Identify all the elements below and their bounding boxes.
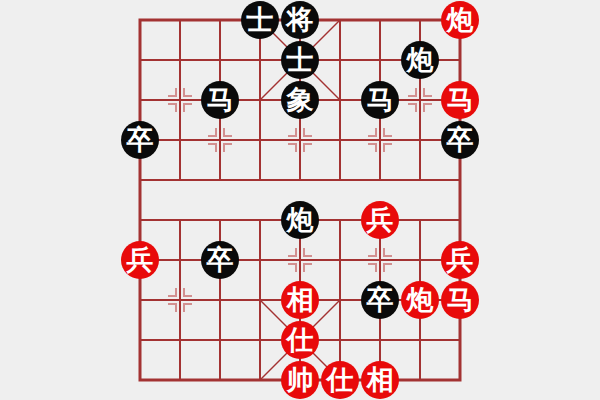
- board-point: [320, 200, 360, 240]
- piece-red-cannon[interactable]: 炮: [441, 1, 479, 39]
- board-point: [200, 160, 240, 200]
- xiangqi-board: 士将炮士炮马象马马卒卒炮兵兵卒兵相卒炮马仕帅仕相: [0, 0, 600, 400]
- board-point: [160, 280, 200, 320]
- board-point: [400, 0, 440, 40]
- board-point: [160, 240, 200, 280]
- piece-black-horse[interactable]: 马: [361, 81, 399, 119]
- board-point: [200, 360, 240, 400]
- board-point: [240, 320, 280, 360]
- board-point: 兵: [360, 200, 400, 240]
- board-point: 象: [280, 80, 320, 120]
- piece-black-king[interactable]: 将: [281, 1, 319, 39]
- board-point: [240, 240, 280, 280]
- board-point: 马: [360, 80, 400, 120]
- board-point: [240, 120, 280, 160]
- board-point: [360, 240, 400, 280]
- board-point: 马: [200, 80, 240, 120]
- board-point: 兵: [120, 240, 160, 280]
- board-point: [320, 80, 360, 120]
- board-point: [200, 120, 240, 160]
- board-point: [160, 160, 200, 200]
- board-point: [320, 0, 360, 40]
- board-point: 炮: [400, 280, 440, 320]
- board-point: 炮: [280, 200, 320, 240]
- board-point: [400, 320, 440, 360]
- board-point: [440, 200, 480, 240]
- board-point: [440, 40, 480, 80]
- board-point: [360, 120, 400, 160]
- board-point: [360, 40, 400, 80]
- board-point: [120, 160, 160, 200]
- board-point: [320, 120, 360, 160]
- board-point: [160, 360, 200, 400]
- board-point: 卒: [200, 240, 240, 280]
- board-point: 士: [280, 40, 320, 80]
- board-point: [240, 280, 280, 320]
- board-point: [160, 40, 200, 80]
- board-point: [440, 360, 480, 400]
- board-point: 仕: [320, 360, 360, 400]
- piece-red-king[interactable]: 帅: [281, 361, 319, 399]
- piece-red-elephant[interactable]: 相: [361, 361, 399, 399]
- board-point: [160, 0, 200, 40]
- board-point: [120, 0, 160, 40]
- board-point: [400, 80, 440, 120]
- board-point: [400, 160, 440, 200]
- piece-red-advisor[interactable]: 仕: [321, 361, 359, 399]
- board-point: [320, 40, 360, 80]
- board-point: [200, 0, 240, 40]
- piece-black-advisor[interactable]: 士: [281, 41, 319, 79]
- piece-black-pawn[interactable]: 卒: [361, 281, 399, 319]
- board-point: 卒: [360, 280, 400, 320]
- board-point: [400, 360, 440, 400]
- board-point: 马: [440, 280, 480, 320]
- board-point: 仕: [280, 320, 320, 360]
- board-point: [280, 160, 320, 200]
- piece-black-advisor[interactable]: 士: [241, 1, 279, 39]
- piece-black-elephant[interactable]: 象: [281, 81, 319, 119]
- board-point: [160, 80, 200, 120]
- board-grid: 士将炮士炮马象马马卒卒炮兵兵卒兵相卒炮马仕帅仕相: [120, 0, 480, 400]
- board-point: [120, 200, 160, 240]
- piece-black-cannon[interactable]: 炮: [401, 41, 439, 79]
- board-point: [240, 200, 280, 240]
- board-point: 帅: [280, 360, 320, 400]
- board-point: [160, 320, 200, 360]
- piece-black-pawn[interactable]: 卒: [441, 121, 479, 159]
- piece-red-pawn[interactable]: 兵: [441, 241, 479, 279]
- piece-red-horse[interactable]: 马: [441, 281, 479, 319]
- board-point: 将: [280, 0, 320, 40]
- board-point: [400, 120, 440, 160]
- board-point: [280, 240, 320, 280]
- piece-black-pawn[interactable]: 卒: [201, 241, 239, 279]
- piece-red-pawn[interactable]: 兵: [361, 201, 399, 239]
- board-point: [120, 320, 160, 360]
- piece-black-pawn[interactable]: 卒: [121, 121, 159, 159]
- board-point: [120, 280, 160, 320]
- board-point: [160, 200, 200, 240]
- piece-red-advisor[interactable]: 仕: [281, 321, 319, 359]
- board-point: [200, 280, 240, 320]
- board-point: [440, 320, 480, 360]
- board-point: [240, 40, 280, 80]
- board-point: 兵: [440, 240, 480, 280]
- board-point: [320, 280, 360, 320]
- piece-red-pawn[interactable]: 兵: [121, 241, 159, 279]
- board-point: 马: [440, 80, 480, 120]
- board-point: [120, 40, 160, 80]
- board-point: [360, 320, 400, 360]
- board-point: [360, 0, 400, 40]
- board-point: [320, 160, 360, 200]
- board-point: [240, 80, 280, 120]
- board-point: 相: [280, 280, 320, 320]
- board-point: 炮: [440, 0, 480, 40]
- piece-black-cannon[interactable]: 炮: [281, 201, 319, 239]
- board-point: 卒: [120, 120, 160, 160]
- board-point: [280, 120, 320, 160]
- piece-red-horse[interactable]: 马: [441, 81, 479, 119]
- piece-black-horse[interactable]: 马: [201, 81, 239, 119]
- board-point: [320, 240, 360, 280]
- board-point: [360, 160, 400, 200]
- board-point: [440, 160, 480, 200]
- board-point: [120, 360, 160, 400]
- board-point: [200, 320, 240, 360]
- board-point: 卒: [440, 120, 480, 160]
- board-point: [400, 200, 440, 240]
- board-point: [200, 40, 240, 80]
- piece-red-elephant[interactable]: 相: [281, 281, 319, 319]
- board-point: [240, 160, 280, 200]
- board-point: 炮: [400, 40, 440, 80]
- board-point: [320, 320, 360, 360]
- board-point: [240, 360, 280, 400]
- board-point: [200, 200, 240, 240]
- piece-red-cannon[interactable]: 炮: [401, 281, 439, 319]
- board-point: 士: [240, 0, 280, 40]
- board-point: [120, 80, 160, 120]
- board-point: 相: [360, 360, 400, 400]
- board-point: [160, 120, 200, 160]
- board-point: [400, 240, 440, 280]
